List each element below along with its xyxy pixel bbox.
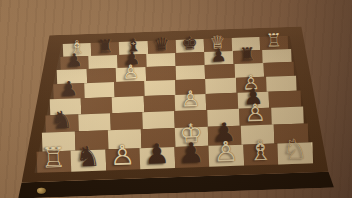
- square-e7[interactable]: [175, 52, 204, 66]
- square-c5[interactable]: [114, 81, 145, 97]
- square-c1[interactable]: ♙: [105, 148, 140, 170]
- square-f4[interactable]: [206, 93, 238, 110]
- square-g6[interactable]: [234, 63, 264, 78]
- square-g5[interactable]: ♙: [236, 77, 267, 93]
- square-h4[interactable]: [269, 91, 301, 108]
- square-d4[interactable]: [143, 95, 175, 112]
- square-d5[interactable]: [145, 80, 176, 96]
- square-f1[interactable]: ♙: [208, 145, 243, 167]
- square-c7[interactable]: ♟: [117, 54, 146, 68]
- square-c6[interactable]: ♙: [116, 67, 146, 82]
- square-g8[interactable]: [232, 37, 261, 51]
- square-d8[interactable]: ♛: [147, 40, 176, 54]
- square-a6[interactable]: [57, 69, 87, 84]
- square-h5[interactable]: [266, 76, 297, 92]
- square-a4[interactable]: [49, 98, 81, 115]
- board-squares: ♗♜♝♛♚♕♖♟♟♟♜♙♟♙♙♟♞♙♔♟♖♞♙♟♟♙♗♘: [0, 0, 348, 6]
- square-b1[interactable]: ♞: [71, 149, 106, 171]
- square-h6[interactable]: [264, 62, 294, 77]
- square-f6[interactable]: [205, 64, 235, 79]
- square-b7[interactable]: [89, 55, 118, 69]
- square-c8[interactable]: ♝: [119, 41, 148, 55]
- square-g1[interactable]: ♗: [243, 143, 278, 165]
- square-a8[interactable]: ♗: [63, 43, 92, 57]
- square-a3[interactable]: ♞: [46, 114, 79, 132]
- square-d1[interactable]: ♟: [139, 147, 174, 169]
- square-a7[interactable]: ♟: [60, 56, 89, 70]
- chess-board: ♗♜♝♛♚♕♖♟♟♟♜♙♟♙♙♟♞♙♔♟♖♞♙♟♟♙♗♘: [0, 0, 352, 198]
- square-c2[interactable]: [108, 129, 142, 149]
- square-d7[interactable]: [146, 53, 175, 67]
- square-f3[interactable]: [207, 109, 240, 127]
- square-h1[interactable]: ♘: [277, 142, 312, 164]
- square-b6[interactable]: [86, 68, 116, 83]
- square-e6[interactable]: [175, 65, 205, 80]
- square-h2[interactable]: [274, 123, 308, 143]
- square-b2[interactable]: [75, 130, 109, 150]
- square-e4[interactable]: ♙: [175, 94, 207, 111]
- square-e2[interactable]: ♔: [174, 127, 208, 147]
- square-a5[interactable]: ♟: [53, 83, 84, 99]
- square-a2[interactable]: [41, 132, 75, 152]
- square-f5[interactable]: [205, 78, 236, 94]
- square-d6[interactable]: [146, 66, 176, 81]
- square-e5[interactable]: [175, 79, 206, 95]
- square-b5[interactable]: [84, 82, 115, 98]
- square-e8[interactable]: ♚: [175, 39, 204, 53]
- square-g2[interactable]: [241, 125, 275, 145]
- square-g7[interactable]: ♜: [233, 50, 262, 64]
- square-g3[interactable]: ♙: [239, 108, 272, 126]
- square-g4[interactable]: ♟: [237, 92, 269, 109]
- square-b4[interactable]: [81, 97, 113, 114]
- square-e3[interactable]: [175, 110, 208, 128]
- square-e1[interactable]: ♟: [174, 146, 209, 168]
- square-b3[interactable]: [78, 113, 111, 131]
- square-d3[interactable]: [142, 111, 175, 129]
- square-f2[interactable]: ♟: [208, 126, 242, 146]
- square-h8[interactable]: ♖: [260, 36, 289, 50]
- square-b8[interactable]: ♜: [91, 42, 120, 56]
- square-h3[interactable]: [271, 107, 304, 125]
- square-a1[interactable]: ♖: [36, 151, 71, 173]
- square-d2[interactable]: [141, 128, 175, 148]
- table-surface: ♗♜♝♛♚♕♖♟♟♟♜♙♟♙♙♟♞♙♔♟♖♞♙♟♟♙♗♘: [0, 0, 352, 198]
- square-f8[interactable]: ♕: [204, 38, 233, 52]
- square-f7[interactable]: ♟: [204, 51, 233, 65]
- square-c4[interactable]: [112, 96, 144, 113]
- square-h7[interactable]: [262, 49, 291, 63]
- square-c3[interactable]: [110, 112, 143, 130]
